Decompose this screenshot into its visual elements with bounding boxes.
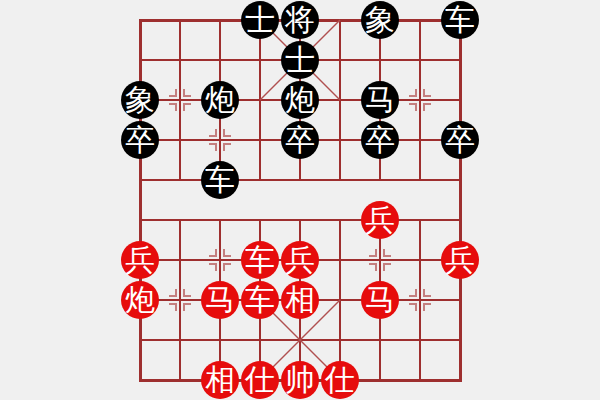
piece-red-chariot[interactable]: 车 — [241, 281, 279, 319]
piece-red-soldier[interactable]: 兵 — [441, 241, 479, 279]
piece-black-cannon[interactable]: 炮 — [201, 81, 239, 119]
piece-black-soldier[interactable]: 卒 — [281, 121, 319, 159]
piece-black-elephant[interactable]: 象 — [121, 81, 159, 119]
piece-red-horse[interactable]: 马 — [201, 281, 239, 319]
piece-black-advisor[interactable]: 士 — [241, 1, 279, 39]
piece-red-chariot[interactable]: 车 — [241, 241, 279, 279]
piece-black-general[interactable]: 将 — [281, 1, 319, 39]
piece-red-advisor[interactable]: 仕 — [241, 361, 279, 399]
xiangqi-board: 士将象车士象炮炮马卒卒卒卒车兵兵车兵兵炮马车相马相仕帅仕 — [0, 0, 600, 400]
piece-black-chariot[interactable]: 车 — [441, 1, 479, 39]
piece-red-soldier[interactable]: 兵 — [121, 241, 159, 279]
piece-black-chariot[interactable]: 车 — [201, 161, 239, 199]
piece-red-soldier[interactable]: 兵 — [361, 201, 399, 239]
piece-red-advisor[interactable]: 仕 — [321, 361, 359, 399]
pieces-layer: 士将象车士象炮炮马卒卒卒卒车兵兵车兵兵炮马车相马相仕帅仕 — [0, 0, 600, 400]
piece-black-horse[interactable]: 马 — [361, 81, 399, 119]
piece-red-general[interactable]: 帅 — [281, 361, 319, 399]
piece-red-elephant[interactable]: 相 — [201, 361, 239, 399]
piece-black-elephant[interactable]: 象 — [361, 1, 399, 39]
piece-black-cannon[interactable]: 炮 — [281, 81, 319, 119]
piece-black-soldier[interactable]: 卒 — [361, 121, 399, 159]
piece-black-soldier[interactable]: 卒 — [121, 121, 159, 159]
piece-red-soldier[interactable]: 兵 — [281, 241, 319, 279]
piece-black-advisor[interactable]: 士 — [281, 41, 319, 79]
piece-red-horse[interactable]: 马 — [361, 281, 399, 319]
piece-red-elephant[interactable]: 相 — [281, 281, 319, 319]
piece-black-soldier[interactable]: 卒 — [441, 121, 479, 159]
piece-red-cannon[interactable]: 炮 — [121, 281, 159, 319]
